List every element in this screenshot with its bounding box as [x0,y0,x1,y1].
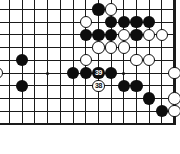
grid-line-v [60,0,61,125]
stone-black [130,29,142,41]
stone-black [16,54,28,66]
stone-black [92,29,104,41]
grid-line-v [9,0,10,125]
stone-black [118,80,130,92]
stone-white [168,92,180,104]
go-diagram: 3938 [0,0,180,154]
stone-white [118,41,130,53]
stone-black [143,16,155,28]
stone-black [92,3,104,15]
stone-black [156,105,168,117]
stone-black [80,29,92,41]
star-point [46,72,49,75]
stone-black [105,67,117,79]
stone-black-move-39: 39 [92,67,104,79]
stone-black [130,80,142,92]
move-number-label: 39 [95,69,102,76]
stone-white [105,3,117,15]
star-point [122,72,125,75]
move-number-label: 38 [95,82,102,89]
stone-white [92,41,104,53]
stone-white [118,29,130,41]
board-bottom-edge [0,123,176,126]
stone-white [143,54,155,66]
stone-white [105,41,117,53]
stone-white-move-38: 38 [92,80,104,92]
stone-black [143,92,155,104]
stone-white [130,54,142,66]
grid-line-h [0,47,176,48]
stone-black [105,29,117,41]
stone-black [16,80,28,92]
grid-line-v [47,0,48,125]
stone-white [143,29,155,41]
stone-white [80,16,92,28]
stone-white [168,105,180,117]
stone-white [80,54,92,66]
stone-white [168,67,180,79]
stone-black [105,16,117,28]
grid-line-v [98,0,99,125]
stone-black [118,16,130,28]
stone-white [0,67,3,79]
grid-line-h [0,111,176,112]
grid-line-v [73,0,74,125]
stone-black [130,16,142,28]
stone-black [67,67,79,79]
go-board: 3938 [0,0,180,154]
grid-line-h [0,9,176,10]
stone-black [80,67,92,79]
stone-white [156,29,168,41]
grid-line-v [34,0,35,125]
